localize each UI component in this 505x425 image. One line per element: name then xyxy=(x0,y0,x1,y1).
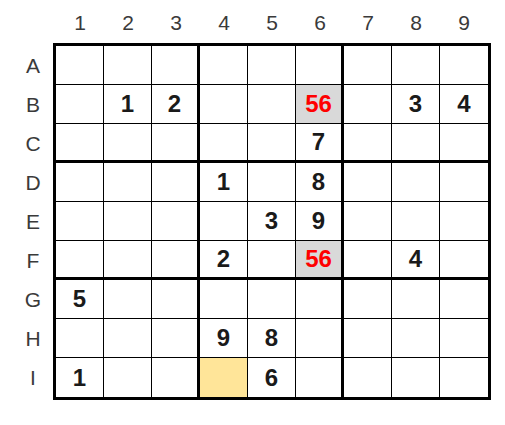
cell-B8[interactable]: 3 xyxy=(392,85,440,124)
cell-C1[interactable] xyxy=(56,124,104,163)
cell-G1[interactable]: 5 xyxy=(56,280,104,319)
cell-G7[interactable] xyxy=(344,280,392,319)
cell-E6[interactable]: 9 xyxy=(296,202,344,241)
cell-F9[interactable] xyxy=(440,241,488,280)
cell-H3[interactable] xyxy=(152,319,200,358)
cell-I6[interactable] xyxy=(296,358,344,397)
sudoku-grid: 12563471839256459816 xyxy=(53,43,491,400)
cell-B4[interactable] xyxy=(200,85,248,124)
cell-E5[interactable]: 3 xyxy=(248,202,296,241)
row-header-D: D xyxy=(20,163,46,202)
col-header-3: 3 xyxy=(152,8,200,38)
cell-F8[interactable]: 4 xyxy=(392,241,440,280)
row-header-A: A xyxy=(20,46,46,85)
cell-I2[interactable] xyxy=(104,358,152,397)
cell-G9[interactable] xyxy=(440,280,488,319)
cell-D8[interactable] xyxy=(392,163,440,202)
cell-C9[interactable] xyxy=(440,124,488,163)
cell-G5[interactable] xyxy=(248,280,296,319)
col-header-4: 4 xyxy=(200,8,248,38)
cell-G4[interactable] xyxy=(200,280,248,319)
cell-E7[interactable] xyxy=(344,202,392,241)
cell-B3[interactable]: 2 xyxy=(152,85,200,124)
col-header-9: 9 xyxy=(440,8,488,38)
cell-H6[interactable] xyxy=(296,319,344,358)
row-header-G: G xyxy=(20,280,46,319)
cell-D9[interactable] xyxy=(440,163,488,202)
cell-E2[interactable] xyxy=(104,202,152,241)
cell-D6[interactable]: 8 xyxy=(296,163,344,202)
cell-C5[interactable] xyxy=(248,124,296,163)
col-header-8: 8 xyxy=(392,8,440,38)
cell-A5[interactable] xyxy=(248,46,296,85)
cell-C4[interactable] xyxy=(200,124,248,163)
cell-I9[interactable] xyxy=(440,358,488,397)
cell-D3[interactable] xyxy=(152,163,200,202)
cell-F5[interactable] xyxy=(248,241,296,280)
cell-D7[interactable] xyxy=(344,163,392,202)
cell-I5[interactable]: 6 xyxy=(248,358,296,397)
row-header-B: B xyxy=(20,85,46,124)
cell-H4[interactable]: 9 xyxy=(200,319,248,358)
cell-A3[interactable] xyxy=(152,46,200,85)
cell-E1[interactable] xyxy=(56,202,104,241)
cell-G6[interactable] xyxy=(296,280,344,319)
cell-B2[interactable]: 1 xyxy=(104,85,152,124)
cell-B7[interactable] xyxy=(344,85,392,124)
col-header-5: 5 xyxy=(248,8,296,38)
cell-G8[interactable] xyxy=(392,280,440,319)
cell-H1[interactable] xyxy=(56,319,104,358)
cell-I1[interactable]: 1 xyxy=(56,358,104,397)
col-header-1: 1 xyxy=(56,8,104,38)
cell-D1[interactable] xyxy=(56,163,104,202)
col-header-6: 6 xyxy=(296,8,344,38)
cell-H2[interactable] xyxy=(104,319,152,358)
cell-F7[interactable] xyxy=(344,241,392,280)
cell-A8[interactable] xyxy=(392,46,440,85)
column-headers: 123456789 xyxy=(56,8,488,38)
row-headers: ABCDEFGHI xyxy=(20,46,46,397)
cell-E3[interactable] xyxy=(152,202,200,241)
row-header-F: F xyxy=(20,241,46,280)
cell-C8[interactable] xyxy=(392,124,440,163)
cell-F6[interactable]: 56 xyxy=(296,241,344,280)
cell-I3[interactable] xyxy=(152,358,200,397)
cell-H9[interactable] xyxy=(440,319,488,358)
cell-F4[interactable]: 2 xyxy=(200,241,248,280)
cell-H7[interactable] xyxy=(344,319,392,358)
cell-F2[interactable] xyxy=(104,241,152,280)
cell-B5[interactable] xyxy=(248,85,296,124)
cell-H5[interactable]: 8 xyxy=(248,319,296,358)
cell-D2[interactable] xyxy=(104,163,152,202)
cell-A4[interactable] xyxy=(200,46,248,85)
cell-D4[interactable]: 1 xyxy=(200,163,248,202)
cell-D5[interactable] xyxy=(248,163,296,202)
cell-B6[interactable]: 56 xyxy=(296,85,344,124)
cell-G2[interactable] xyxy=(104,280,152,319)
cell-A7[interactable] xyxy=(344,46,392,85)
cell-I8[interactable] xyxy=(392,358,440,397)
cell-A1[interactable] xyxy=(56,46,104,85)
cell-C6[interactable]: 7 xyxy=(296,124,344,163)
cell-B1[interactable] xyxy=(56,85,104,124)
sudoku-puzzle: 123456789 ABCDEFGHI 12563471839256459816 xyxy=(0,0,505,425)
cell-E8[interactable] xyxy=(392,202,440,241)
cell-A2[interactable] xyxy=(104,46,152,85)
cell-G3[interactable] xyxy=(152,280,200,319)
cell-C2[interactable] xyxy=(104,124,152,163)
col-header-2: 2 xyxy=(104,8,152,38)
cell-A9[interactable] xyxy=(440,46,488,85)
cell-I4[interactable] xyxy=(200,358,248,397)
cell-C3[interactable] xyxy=(152,124,200,163)
cell-C7[interactable] xyxy=(344,124,392,163)
row-header-E: E xyxy=(20,202,46,241)
cell-E4[interactable] xyxy=(200,202,248,241)
col-header-7: 7 xyxy=(344,8,392,38)
cell-E9[interactable] xyxy=(440,202,488,241)
cell-H8[interactable] xyxy=(392,319,440,358)
cell-F1[interactable] xyxy=(56,241,104,280)
cell-F3[interactable] xyxy=(152,241,200,280)
row-header-I: I xyxy=(20,358,46,397)
row-header-C: C xyxy=(20,124,46,163)
cell-A6[interactable] xyxy=(296,46,344,85)
cell-B9[interactable]: 4 xyxy=(440,85,488,124)
cell-I7[interactable] xyxy=(344,358,392,397)
row-header-H: H xyxy=(20,319,46,358)
